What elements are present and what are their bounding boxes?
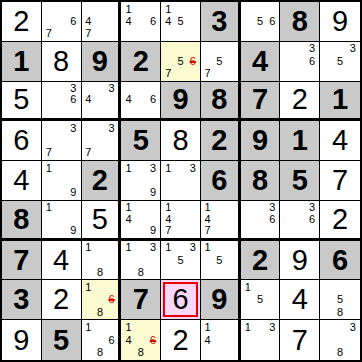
candidate-slot-3 <box>346 281 359 293</box>
candidate-slot-7 <box>83 106 95 118</box>
solved-digit: 2 <box>42 280 81 319</box>
candidate-slot-3: 3 <box>306 202 318 214</box>
candidate-slot-1 <box>242 202 254 214</box>
cell-r2c8[interactable]: 36 <box>280 42 320 82</box>
candidate-grid: 13 <box>162 162 199 199</box>
candidate-grid: 147 <box>202 202 237 237</box>
cell-r8c9[interactable]: 58 <box>320 280 360 320</box>
cell-r8c5[interactable]: 6 <box>161 280 201 320</box>
candidate-grid: 34 <box>83 83 118 118</box>
candidate-slot-5 <box>135 15 147 27</box>
candidate-slot-3 <box>67 3 79 15</box>
candidate-slot-5 <box>55 174 67 186</box>
candidate-slot-4: 4 <box>202 334 214 347</box>
candidate-slot-4 <box>43 135 55 147</box>
cell-r9c7[interactable]: 13 <box>241 320 281 360</box>
candidate-grid: 19 <box>43 202 80 237</box>
candidate-slot-7: 7 <box>162 225 174 237</box>
candidate-slot-1: 1 <box>43 162 55 174</box>
candidate-slot-1: 1 <box>122 321 134 334</box>
candidate-slot-7: 7 <box>202 225 214 237</box>
cell-r4c7[interactable]: 9 <box>241 121 281 161</box>
candidate-slot-8 <box>174 187 186 199</box>
cell-r2c7[interactable]: 4 <box>241 42 281 82</box>
candidate-slot-8 <box>94 147 106 159</box>
cell-r1c9[interactable]: 9 <box>320 2 360 42</box>
candidate-slot-4 <box>83 334 95 347</box>
candidate-8: 8 <box>97 347 103 358</box>
cell-r1c8[interactable]: 8 <box>280 2 320 42</box>
candidate-slot-5 <box>213 334 225 347</box>
solved-digit: 2 <box>2 2 41 41</box>
candidate-grid: 13 <box>242 321 279 359</box>
cell-r5c7[interactable]: 8 <box>241 161 281 201</box>
cell-r8c6[interactable]: 9 <box>201 280 241 320</box>
candidate-slot-1: 1 <box>162 3 174 15</box>
candidate-slot-4 <box>122 254 134 266</box>
candidate-5: 5 <box>177 56 183 67</box>
candidate-slot-5 <box>94 294 106 306</box>
cell-r6c5[interactable]: 147 <box>161 201 201 241</box>
candidate-slot-1: 1 <box>122 242 134 254</box>
cell-r7c8[interactable]: 9 <box>280 241 320 281</box>
candidate-7: 7 <box>85 28 91 39</box>
candidate-slot-9 <box>225 346 237 359</box>
cell-r3c6[interactable]: 8 <box>201 82 241 122</box>
candidate-slot-7 <box>202 346 214 359</box>
cell-r1c3[interactable]: 47 <box>82 2 122 42</box>
cell-r9c6[interactable]: 14 <box>201 320 241 360</box>
solved-digit: 8 <box>161 121 200 160</box>
candidate-slot-3: 3 <box>106 83 118 95</box>
candidate-slot-9 <box>106 306 118 318</box>
candidate-3: 3 <box>350 43 356 54</box>
candidate-slot-5: 5 <box>213 55 225 67</box>
candidate-7: 7 <box>205 68 211 79</box>
candidate-slot-7 <box>83 306 95 318</box>
cell-r8c8[interactable]: 4 <box>280 280 320 320</box>
candidate-slot-1: 1 <box>162 202 174 214</box>
candidate-slot-9 <box>147 106 159 118</box>
candidate-slot-8 <box>294 67 306 79</box>
candidate-7: 7 <box>85 147 91 158</box>
candidate-slot-7 <box>122 28 134 40</box>
candidate-slot-8 <box>94 28 106 40</box>
candidate-1: 1 <box>245 282 251 293</box>
candidate-4: 4 <box>205 214 211 225</box>
candidate-slot-7: 7 <box>162 67 174 79</box>
candidate-slot-2 <box>174 162 186 174</box>
candidate-slot-3: 3 <box>67 83 79 95</box>
cell-r8c2[interactable]: 2 <box>42 280 82 320</box>
candidate-7: 7 <box>46 147 52 158</box>
candidate-slot-7 <box>43 187 55 199</box>
candidate-slot-9 <box>187 266 199 278</box>
candidate-grid: 135 <box>162 242 199 279</box>
candidate-slot-7 <box>122 266 134 278</box>
candidate-slot-1 <box>43 3 55 15</box>
cell-r6c3[interactable]: 5 <box>82 201 122 241</box>
candidate-grid: 14 <box>202 321 237 359</box>
solved-digit: 2 <box>280 82 319 119</box>
candidate-slot-1 <box>321 321 334 334</box>
cell-r8c1[interactable]: 3 <box>2 280 42 320</box>
candidate-slot-4 <box>242 334 254 347</box>
cell-r7c9[interactable]: 6 <box>320 241 360 281</box>
cell-r4c3[interactable]: 37 <box>82 121 122 161</box>
candidate-grid: 139 <box>122 162 159 199</box>
candidate-1: 1 <box>85 242 91 253</box>
solved-digit: 7 <box>320 161 360 200</box>
candidate-grid: 58 <box>321 281 359 318</box>
given-digit: 6 <box>320 241 360 280</box>
candidate-slot-8 <box>213 266 225 278</box>
candidate-slot-5 <box>294 213 306 225</box>
candidate-grid: 15 <box>242 281 279 318</box>
candidate-slot-8 <box>94 106 106 118</box>
candidate-slot-7 <box>122 346 134 359</box>
candidate-1: 1 <box>165 202 171 213</box>
candidate-slot-5: 5 <box>334 294 347 306</box>
cell-r2c3[interactable]: 9 <box>82 42 122 82</box>
candidate-slot-8: 8 <box>94 266 106 278</box>
candidate-slot-1: 1 <box>202 321 214 334</box>
candidate-slot-4 <box>43 213 55 225</box>
candidate-slot-3: 3 <box>266 321 278 334</box>
cell-r5c8[interactable]: 5 <box>280 161 320 201</box>
candidate-slot-4 <box>242 213 254 225</box>
candidate-slot-3 <box>67 162 79 174</box>
cell-r2c2[interactable]: 8 <box>42 42 82 82</box>
candidate-slot-3 <box>147 321 159 334</box>
candidate-1: 1 <box>245 322 251 333</box>
cell-r6c7[interactable]: 36 <box>241 201 281 241</box>
candidate-slot-3: 3 <box>147 242 159 254</box>
cell-r3c9[interactable]: 1 <box>320 82 360 122</box>
cell-r4c6[interactable]: 2 <box>201 121 241 161</box>
candidate-grid: 1468 <box>122 321 159 359</box>
cell-r8c4[interactable]: 7 <box>121 280 161 320</box>
eliminated-candidate-6: 6 <box>190 56 196 67</box>
candidate-slot-9 <box>187 187 199 199</box>
candidate-slot-8 <box>135 187 147 199</box>
given-digit: 9 <box>161 82 200 119</box>
given-digit: 6 <box>201 161 238 200</box>
candidate-slot-3 <box>225 202 237 214</box>
cell-r4c9[interactable]: 4 <box>320 121 360 161</box>
candidate-slot-8 <box>254 28 266 40</box>
cell-r3c2[interactable]: 36 <box>42 82 82 122</box>
candidate-slot-4 <box>162 174 174 186</box>
candidate-slot-7 <box>321 306 334 318</box>
candidate-slot-5 <box>94 254 106 266</box>
candidate-slot-6 <box>225 254 237 266</box>
cell-r4c4[interactable]: 5 <box>121 121 161 161</box>
cell-r5c3[interactable]: 2 <box>82 161 122 201</box>
given-digit: 7 <box>241 82 280 119</box>
cell-r2c6[interactable]: 57 <box>201 42 241 82</box>
solved-digit: 6 <box>161 280 200 319</box>
candidate-slot-8 <box>334 67 347 79</box>
candidate-slot-4 <box>83 254 95 266</box>
cell-r3c8[interactable]: 2 <box>280 82 320 122</box>
solved-digit: 9 <box>280 241 319 280</box>
candidate-slot-3 <box>266 3 278 15</box>
candidate-slot-7: 7 <box>202 67 214 79</box>
candidate-slot-2 <box>213 321 225 334</box>
cell-r3c4[interactable]: 46 <box>121 82 161 122</box>
cell-r7c2[interactable]: 4 <box>42 241 82 281</box>
candidate-slot-5 <box>94 94 106 106</box>
candidate-4: 4 <box>125 335 131 346</box>
candidate-slot-1 <box>242 3 254 15</box>
cell-r1c5[interactable]: 145 <box>161 2 201 42</box>
candidate-slot-3: 3 <box>266 202 278 214</box>
given-digit: 2 <box>121 42 160 81</box>
cell-r1c2[interactable]: 67 <box>42 2 82 42</box>
cell-r9c9[interactable]: 38 <box>320 320 360 360</box>
cell-r2c4[interactable]: 2 <box>121 42 161 82</box>
cell-r4c1[interactable]: 6 <box>2 121 42 161</box>
candidate-grid: 147 <box>162 202 199 237</box>
candidate-slot-2 <box>174 202 186 214</box>
candidate-slot-5: 5 <box>254 294 266 306</box>
candidate-slot-2 <box>174 3 186 15</box>
cell-r3c5[interactable]: 9 <box>161 82 201 122</box>
candidate-slot-7: 7 <box>43 28 55 40</box>
solved-digit: 2 <box>161 320 200 360</box>
candidate-slot-8 <box>135 28 147 40</box>
candidate-1: 1 <box>165 242 171 253</box>
candidate-slot-4 <box>321 55 334 67</box>
candidate-slot-5: 5 <box>334 55 347 67</box>
candidate-slot-9 <box>266 306 278 318</box>
candidate-slot-1 <box>43 83 55 95</box>
cell-r8c3[interactable]: 168 <box>82 280 122 320</box>
cell-r1c1[interactable]: 2 <box>2 2 42 42</box>
candidate-slot-7 <box>242 346 254 359</box>
candidate-slot-2 <box>55 83 67 95</box>
candidate-6: 6 <box>309 214 315 225</box>
cell-r9c1[interactable]: 9 <box>2 320 42 360</box>
cell-r1c7[interactable]: 56 <box>241 2 281 42</box>
solved-digit: 5 <box>2 82 41 119</box>
candidate-slot-4 <box>162 55 174 67</box>
candidate-slot-6 <box>67 213 79 225</box>
candidate-slot-9 <box>225 225 237 237</box>
candidate-slot-4: 4 <box>122 15 134 27</box>
cell-r5c2[interactable]: 19 <box>42 161 82 201</box>
candidate-slot-9 <box>106 266 118 278</box>
candidate-slot-1 <box>202 43 214 55</box>
candidate-slot-2 <box>174 242 186 254</box>
candidate-slot-4: 4 <box>162 15 174 27</box>
candidate-slot-6 <box>346 334 359 347</box>
cell-r6c4[interactable]: 149 <box>121 201 161 241</box>
candidate-slot-9 <box>225 67 237 79</box>
candidate-slot-5 <box>55 15 67 27</box>
cell-r2c9[interactable]: 35 <box>320 42 360 82</box>
eliminated-candidate-6: 6 <box>150 335 156 346</box>
candidate-slot-2 <box>94 242 106 254</box>
candidate-slot-1: 1 <box>242 281 254 293</box>
candidate-slot-8 <box>254 346 266 359</box>
candidate-grid: 36 <box>281 43 318 80</box>
cell-r6c2[interactable]: 19 <box>42 201 82 241</box>
candidate-slot-2 <box>254 281 266 293</box>
candidate-grid: 19 <box>43 162 80 199</box>
candidate-slot-6 <box>225 334 237 347</box>
candidate-slot-3 <box>187 43 199 55</box>
candidate-slot-4 <box>321 294 334 306</box>
candidate-slot-4: 4 <box>83 94 95 106</box>
candidate-slot-2 <box>294 43 306 55</box>
candidate-slot-6 <box>266 334 278 347</box>
candidate-8: 8 <box>138 347 144 358</box>
candidate-slot-6 <box>106 135 118 147</box>
candidate-slot-1: 1 <box>83 242 95 254</box>
cell-r6c1[interactable]: 8 <box>2 201 42 241</box>
cell-r7c3[interactable]: 18 <box>82 241 122 281</box>
solved-digit: 4 <box>2 161 41 200</box>
candidate-slot-8 <box>254 225 266 237</box>
candidate-slot-9 <box>346 346 359 359</box>
cell-r4c8[interactable]: 1 <box>280 121 320 161</box>
cell-r3c1[interactable]: 5 <box>2 82 42 122</box>
cell-r8c7[interactable]: 15 <box>241 280 281 320</box>
given-digit: 5 <box>280 161 319 200</box>
cell-r5c1[interactable]: 4 <box>2 161 42 201</box>
candidate-slot-2 <box>94 3 106 15</box>
solved-digit: 6 <box>2 121 41 160</box>
cell-r4c2[interactable]: 37 <box>42 121 82 161</box>
candidate-slot-8 <box>55 28 67 40</box>
candidate-slot-9 <box>147 346 159 359</box>
given-digit: 2 <box>82 161 119 200</box>
candidate-1: 1 <box>205 322 211 333</box>
candidate-1: 1 <box>125 242 131 253</box>
candidate-4: 4 <box>205 335 211 346</box>
cell-r9c8[interactable]: 7 <box>280 320 320 360</box>
candidate-slot-2 <box>174 43 186 55</box>
cell-r2c1[interactable]: 1 <box>2 42 42 82</box>
candidate-slot-3 <box>106 3 118 15</box>
candidate-grid: 57 <box>202 43 237 80</box>
candidate-slot-7 <box>202 266 214 278</box>
cell-r7c1[interactable]: 7 <box>2 241 42 281</box>
candidate-grid: 38 <box>321 321 359 359</box>
cell-r6c8[interactable]: 36 <box>280 201 320 241</box>
candidate-3: 3 <box>350 322 356 333</box>
candidate-slot-6: 6 <box>106 334 118 347</box>
candidate-grid: 67 <box>43 3 80 40</box>
candidate-slot-8 <box>254 306 266 318</box>
cell-r5c9[interactable]: 7 <box>320 161 360 201</box>
candidate-slot-1: 1 <box>162 242 174 254</box>
candidate-8: 8 <box>138 267 144 278</box>
candidate-slot-6: 6 <box>147 15 159 27</box>
cell-r9c2[interactable]: 5 <box>42 320 82 360</box>
candidate-6: 6 <box>269 16 275 27</box>
candidate-slot-1: 1 <box>83 281 95 293</box>
cell-r9c4[interactable]: 1468 <box>121 320 161 360</box>
cell-r7c7[interactable]: 2 <box>241 241 281 281</box>
candidate-1: 1 <box>125 202 131 213</box>
candidate-slot-3 <box>187 3 199 15</box>
candidate-slot-2 <box>94 122 106 134</box>
candidate-slot-5 <box>94 15 106 27</box>
candidate-slot-2 <box>334 43 347 55</box>
cell-r9c3[interactable]: 168 <box>82 320 122 360</box>
cell-r7c4[interactable]: 138 <box>121 241 161 281</box>
candidate-slot-8: 8 <box>94 306 106 318</box>
solved-digit: 4 <box>320 121 360 160</box>
cell-r6c9[interactable]: 2 <box>320 201 360 241</box>
candidate-3: 3 <box>150 163 156 174</box>
candidate-slot-5: 5 <box>213 254 225 266</box>
candidate-slot-6 <box>147 213 159 225</box>
cell-r5c6[interactable]: 6 <box>201 161 241 201</box>
solved-digit: 5 <box>82 201 119 238</box>
cell-r5c4[interactable]: 139 <box>121 161 161 201</box>
candidate-6: 6 <box>150 94 156 105</box>
candidate-6: 6 <box>70 94 76 105</box>
candidate-slot-9 <box>306 67 318 79</box>
candidate-slot-6 <box>187 15 199 27</box>
cell-r6c6[interactable]: 147 <box>201 201 241 241</box>
candidate-slot-6 <box>147 254 159 266</box>
candidate-slot-3: 3 <box>106 122 118 134</box>
candidate-slot-7 <box>321 67 334 79</box>
candidate-slot-3 <box>147 3 159 15</box>
candidate-slot-5 <box>213 213 225 225</box>
given-digit: 9 <box>201 280 238 319</box>
cell-r3c3[interactable]: 34 <box>82 82 122 122</box>
candidate-slot-3: 3 <box>346 43 359 55</box>
candidate-slot-6 <box>225 55 237 67</box>
candidate-5: 5 <box>337 56 343 67</box>
candidate-slot-6 <box>187 174 199 186</box>
candidate-slot-6 <box>67 174 79 186</box>
candidate-slot-8 <box>55 106 67 118</box>
cell-r2c5[interactable]: 567 <box>161 42 201 82</box>
candidate-slot-4: 4 <box>162 213 174 225</box>
candidate-1: 1 <box>165 163 171 174</box>
candidate-6: 6 <box>150 16 156 27</box>
cell-r7c5[interactable]: 135 <box>161 241 201 281</box>
candidate-slot-9 <box>266 28 278 40</box>
candidate-slot-1 <box>281 43 293 55</box>
cell-r1c6[interactable]: 3 <box>201 2 241 42</box>
candidate-slot-6 <box>266 294 278 306</box>
candidate-slot-6 <box>106 254 118 266</box>
candidate-slot-6 <box>187 254 199 266</box>
candidate-slot-8 <box>213 67 225 79</box>
cell-r4c5[interactable]: 8 <box>161 121 201 161</box>
cell-r9c5[interactable]: 2 <box>161 320 201 360</box>
solved-digit: 7 <box>280 320 319 360</box>
cell-r7c6[interactable]: 15 <box>201 241 241 281</box>
cell-r3c7[interactable]: 7 <box>241 82 281 122</box>
candidate-7: 7 <box>165 225 171 236</box>
candidate-slot-1: 1 <box>202 242 214 254</box>
candidate-slot-7 <box>162 28 174 40</box>
candidate-slot-1 <box>43 122 55 134</box>
candidate-slot-6 <box>67 135 79 147</box>
cell-r5c5[interactable]: 13 <box>161 161 201 201</box>
cell-r1c4[interactable]: 146 <box>121 2 161 42</box>
candidate-slot-4: 4 <box>122 94 134 106</box>
